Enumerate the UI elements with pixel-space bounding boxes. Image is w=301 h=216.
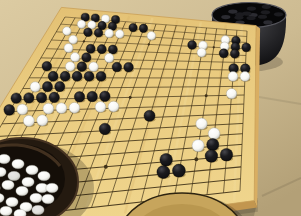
stone-black-17-16 (205, 150, 218, 163)
go-board-photo (0, 0, 301, 216)
stone-black-4-9 (55, 81, 65, 91)
black-stones-in-bowl (274, 12, 283, 16)
white-stones-in-bowl (8, 171, 20, 181)
stone-black-18-16 (220, 148, 233, 161)
stone-white-2-11 (17, 104, 28, 115)
stone-black-14-16 (160, 153, 173, 166)
stone-black-17-5 (219, 49, 228, 58)
stone-black-5-6 (82, 53, 91, 62)
stone-white-16-15 (192, 140, 204, 152)
star-point (194, 157, 198, 161)
stone-white-4-7 (65, 62, 75, 72)
stone-black-9-13 (99, 123, 110, 134)
stone-white-6-11 (69, 102, 80, 113)
stone-white-7-6 (104, 53, 113, 62)
stone-black-5-3 (94, 29, 103, 38)
stone-black-12-12 (144, 110, 155, 121)
stone-black-2-7 (42, 61, 52, 71)
black-stones-in-bowl (242, 12, 251, 16)
stone-white-6-7 (89, 62, 99, 72)
stone-black-4-10 (49, 92, 59, 102)
star-point (104, 165, 108, 169)
go-game-scene (0, 0, 301, 216)
stone-black-4-8 (60, 71, 70, 81)
stone-black-1-11 (4, 104, 15, 115)
black-stones-in-bowl (262, 5, 271, 9)
stone-black-8-7 (112, 62, 122, 72)
stone-white-3-2 (77, 20, 85, 28)
star-point (213, 46, 215, 48)
stone-black-3-8 (48, 71, 58, 81)
black-stones-in-bowl (246, 16, 255, 20)
stone-white-3-4 (69, 35, 78, 44)
stone-white-16-13 (196, 118, 207, 129)
stone-white-18-8 (228, 72, 238, 82)
stone-black-5-5 (86, 44, 95, 53)
stone-black-9-7 (124, 62, 134, 72)
stone-black-5-8 (72, 71, 82, 81)
white-stones-in-bowl (42, 194, 54, 204)
stone-black-18-5 (230, 49, 239, 58)
white-stones-in-bowl (38, 171, 50, 181)
white-stones-in-bowl (30, 193, 42, 203)
black-stones-in-bowl (263, 20, 272, 24)
stone-black-6-5 (97, 45, 106, 54)
stone-black-17-15 (207, 138, 219, 150)
star-point (205, 94, 208, 97)
stone-black-3-9 (42, 82, 52, 92)
stone-black-3-10 (36, 92, 46, 102)
stone-white-2-9 (30, 82, 40, 92)
stone-black-7-8 (96, 71, 106, 81)
white-stones-in-bowl (12, 159, 24, 169)
stone-white-10-3 (147, 31, 156, 40)
stone-black-4-3 (84, 28, 93, 37)
stone-white-2-3 (63, 27, 72, 36)
stone-white-4-6 (70, 53, 79, 62)
stone-black-5-7 (77, 62, 87, 72)
stone-black-14-17 (157, 166, 170, 179)
stone-white-8-11 (95, 102, 106, 113)
stone-black-19-4 (242, 43, 251, 52)
black-stones-in-bowl (228, 9, 237, 13)
white-stones-in-bowl (6, 197, 18, 207)
stone-white-4-12 (37, 115, 48, 126)
star-point (148, 43, 150, 45)
white-stones-in-bowl (16, 186, 28, 196)
white-stones-in-bowl (22, 177, 34, 187)
stone-white-7-3 (115, 30, 124, 39)
black-stones-in-bowl (261, 10, 270, 14)
stone-white-3-5 (64, 43, 73, 52)
stone-white-3-12 (23, 115, 34, 126)
stone-black-1-10 (11, 93, 21, 103)
white-stones-in-bowl (2, 180, 14, 190)
stone-black-2-10 (24, 93, 34, 103)
stone-black-9-2 (139, 24, 147, 32)
stone-white-6-3 (105, 29, 114, 38)
stone-black-6-8 (84, 71, 94, 81)
black-stones-in-bowl (221, 15, 230, 19)
stone-black-8-2 (129, 23, 137, 31)
stone-white-19-8 (240, 72, 250, 82)
stone-black-14-4 (188, 41, 197, 50)
stone-white-5-11 (56, 103, 67, 114)
stone-black-15-17 (172, 164, 185, 177)
stone-black-8-10 (100, 91, 110, 101)
stone-black-6-10 (74, 92, 84, 102)
stone-white-15-5 (197, 48, 206, 57)
white-stones-in-bowl (32, 205, 44, 215)
white-stones-in-bowl (26, 165, 38, 175)
stone-white-4-11 (43, 103, 54, 114)
stone-black-7-5 (108, 45, 117, 54)
star-point (129, 96, 132, 99)
black-stones-in-bowl (258, 15, 267, 19)
white-stones-in-bowl (0, 206, 12, 216)
star-point (83, 40, 85, 42)
stone-white-18-10 (226, 88, 236, 98)
stone-white-17-14 (208, 128, 220, 140)
stone-black-7-10 (87, 91, 97, 101)
black-stones-in-bowl (247, 6, 256, 10)
stone-white-9-11 (108, 101, 119, 112)
white-stones-in-bowl (46, 183, 58, 193)
